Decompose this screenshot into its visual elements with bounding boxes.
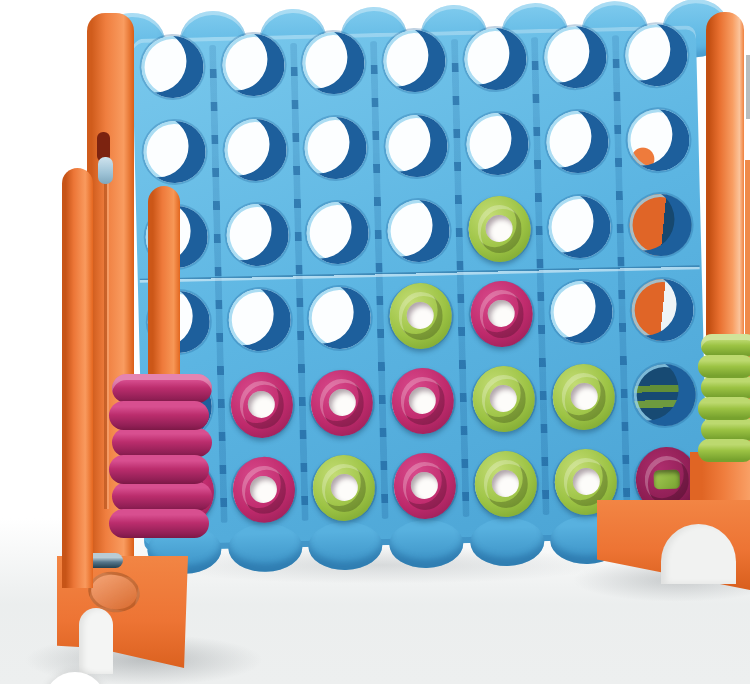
hole — [467, 197, 530, 260]
storage-ring-pink — [109, 509, 209, 538]
disc-green — [467, 195, 531, 262]
cell-r1-c1 — [132, 23, 215, 110]
disc-center-hole — [570, 383, 598, 411]
storage-ring-pink — [109, 455, 209, 484]
disc-center-hole — [250, 476, 278, 504]
disc-center-hole — [653, 470, 679, 490]
cell-r1-c6 — [534, 13, 617, 100]
cell-r6-c5 — [464, 440, 547, 527]
hole — [304, 116, 367, 179]
disc-center-hole — [407, 302, 435, 330]
cell-r2-c4 — [375, 102, 458, 189]
hole — [224, 118, 287, 181]
board-top-scallops — [131, 0, 695, 13]
storage-ring-pink — [112, 482, 212, 511]
cell-r5-c7 — [623, 351, 706, 438]
cell-r3-c3 — [297, 189, 380, 276]
storage-ring-green — [698, 397, 750, 420]
cell-r1-c4 — [373, 17, 456, 104]
disc-center-hole — [572, 468, 600, 496]
cell-r4-c7 — [621, 266, 704, 353]
disc-center-hole — [485, 215, 513, 243]
hole — [306, 201, 369, 264]
hole — [383, 29, 446, 92]
storage-ring-pink — [112, 374, 212, 403]
disc-pink — [393, 452, 457, 519]
hole — [470, 282, 533, 345]
disc-center-hole — [492, 470, 520, 498]
cell-r5-c2 — [220, 361, 303, 448]
disc-center-hole — [411, 472, 439, 500]
adjacent-image-edge — [746, 55, 750, 119]
storage-ring-pink — [112, 428, 212, 457]
hole — [633, 363, 696, 426]
hole — [226, 203, 289, 266]
disc-green — [474, 450, 538, 517]
cell-r3-c6 — [538, 183, 621, 270]
cell-r4-c2 — [218, 276, 301, 363]
disc-center-hole — [409, 387, 437, 415]
hole — [626, 108, 689, 171]
product-photo-scene — [0, 0, 750, 684]
storage-ring-green — [698, 439, 750, 462]
storage-ring-green — [701, 418, 750, 441]
hole — [389, 284, 452, 347]
hole — [550, 280, 613, 343]
cell-r5-c3 — [301, 359, 384, 446]
disc-pink — [391, 367, 455, 434]
cell-r4-c6 — [540, 268, 623, 355]
hole — [544, 25, 607, 88]
cell-r1-c3 — [293, 19, 376, 106]
hole — [552, 365, 615, 428]
cell-r3-c4 — [377, 187, 460, 274]
hole — [310, 371, 373, 434]
cell-r6-c2 — [222, 446, 305, 533]
hole — [385, 114, 448, 177]
left-leg-pin — [98, 157, 113, 184]
hole — [393, 454, 456, 517]
cell-r1-c2 — [212, 21, 295, 108]
cell-r4-c4 — [379, 272, 462, 359]
disc-pink — [232, 456, 296, 523]
storage-ring-green — [701, 376, 750, 399]
disc-green — [552, 363, 616, 430]
cell-r3-c5 — [458, 185, 541, 272]
disc-center-hole — [487, 300, 515, 328]
disc-pink — [230, 371, 294, 438]
disc-center-hole — [490, 385, 518, 413]
hole — [463, 27, 526, 90]
storage-ring-pink — [109, 401, 209, 430]
hole — [143, 120, 206, 183]
hole — [313, 456, 376, 519]
cell-r2-c1 — [134, 108, 217, 195]
connect-four-board — [131, 0, 709, 573]
cell-r2-c7 — [617, 96, 700, 183]
disc-center-hole — [330, 474, 358, 502]
disc-center-hole — [248, 391, 276, 419]
hole — [232, 458, 295, 521]
hole — [465, 112, 528, 175]
hole — [631, 278, 694, 341]
green-disc-storage-stack — [700, 336, 750, 462]
cell-r6-c4 — [384, 442, 467, 529]
cell-r3-c7 — [619, 181, 702, 268]
storage-ring-green — [701, 334, 750, 357]
hole — [228, 288, 291, 351]
hole — [548, 195, 611, 258]
cell-r5-c4 — [381, 357, 464, 444]
board-grid — [132, 11, 708, 535]
right-storage-post — [706, 12, 744, 344]
cell-r5-c5 — [462, 355, 545, 442]
hole — [546, 110, 609, 173]
cell-r2-c6 — [536, 98, 619, 185]
disc-green — [389, 282, 453, 349]
cell-r3-c2 — [216, 191, 299, 278]
cell-r2-c3 — [295, 104, 378, 191]
cell-r2-c5 — [456, 100, 539, 187]
disc-pink — [469, 280, 533, 347]
pink-disc-storage-stack — [111, 376, 213, 538]
hole — [141, 35, 204, 98]
cell-r4-c3 — [299, 274, 382, 361]
hole — [472, 367, 535, 430]
cell-r2-c2 — [214, 106, 297, 193]
disc-green — [472, 365, 536, 432]
left-front-storage-post — [62, 168, 93, 588]
hole — [391, 369, 454, 432]
hole — [624, 23, 687, 86]
hole — [230, 373, 293, 436]
disc-green — [313, 454, 377, 521]
storage-ring-green — [698, 355, 750, 378]
hole — [222, 33, 285, 96]
cell-r6-c3 — [303, 444, 386, 531]
cell-r1-c5 — [454, 15, 537, 102]
cell-r4-c5 — [460, 270, 543, 357]
hole — [308, 286, 371, 349]
hole — [302, 31, 365, 94]
left-foot-arch-cutout — [79, 608, 113, 674]
hole — [474, 452, 537, 515]
disc-pink — [310, 369, 374, 436]
cell-r1-c7 — [615, 11, 698, 98]
hole — [629, 193, 692, 256]
hole — [387, 199, 450, 262]
cell-r5-c6 — [543, 353, 626, 440]
disc-center-hole — [328, 389, 356, 417]
